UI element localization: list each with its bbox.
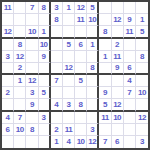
cell-r1c8[interactable]: 5 [87,2,99,14]
cell-r8c2[interactable] [14,87,26,99]
cell-r7c3[interactable]: 12 [26,75,38,87]
cell-r4c10[interactable]: 2 [112,39,124,51]
cell-r9c8[interactable] [87,99,99,111]
cell-r1c10[interactable] [112,2,124,14]
cell-r11c9[interactable] [99,124,111,136]
cell-r4c11[interactable] [124,39,136,51]
cell-r2c6[interactable] [63,14,75,26]
cell-r10c8[interactable] [87,112,99,124]
cell-r8c5[interactable] [51,87,63,99]
cell-r12c6[interactable]: 4 [63,136,75,148]
cell-r10c5[interactable] [51,112,63,124]
cell-r7c9[interactable] [99,75,111,87]
cell-r12c9[interactable]: 7 [99,136,111,148]
cell-r10c10[interactable]: 10 [112,112,124,124]
cell-r8c4[interactable]: 5 [39,87,51,99]
cell-r5c12[interactable]: 8 [136,51,148,63]
cell-r2c3[interactable] [26,14,38,26]
cell-r12c1[interactable] [2,136,14,148]
cell-r11c10[interactable] [112,124,124,136]
cell-r7c4[interactable] [39,75,51,87]
cell-r8c12[interactable]: 10 [136,87,148,99]
cell-r8c1[interactable]: 2 [2,87,14,99]
cell-r6c4[interactable] [39,63,51,75]
cell-r7c6[interactable] [63,75,75,87]
cell-r4c6[interactable]: 5 [63,39,75,51]
cell-r3c8[interactable] [87,26,99,38]
cell-r7c8[interactable] [87,75,99,87]
cell-r6c3[interactable] [26,63,38,75]
cell-r6c10[interactable]: 9 [112,63,124,75]
cell-r2c7[interactable]: 11 [75,14,87,26]
cell-r6c5[interactable] [51,63,63,75]
cell-r4c1[interactable] [2,39,14,51]
cell-r6c7[interactable] [75,63,87,75]
cell-r4c7[interactable]: 6 [75,39,87,51]
cell-r11c3[interactable]: 8 [26,124,38,136]
cell-r5c3[interactable] [26,51,38,63]
cell-r8c7[interactable] [75,87,87,99]
cell-r10c1[interactable]: 4 [2,112,14,124]
cell-r12c4[interactable] [39,136,51,148]
cell-r7c2[interactable]: 1 [14,75,26,87]
cell-r9c7[interactable]: 8 [75,99,87,111]
cell-r10c2[interactable]: 7 [14,112,26,124]
cell-r11c8[interactable]: 3 [87,124,99,136]
cell-r12c12[interactable]: 3 [136,136,148,148]
cell-r7c12[interactable] [136,75,148,87]
cell-r6c11[interactable]: 6 [124,63,136,75]
cell-r7c7[interactable]: 5 [75,75,87,87]
cell-r6c9[interactable] [99,63,111,75]
cell-r1c5[interactable]: 3 [51,2,63,14]
cell-r10c6[interactable] [63,112,75,124]
cell-r9c1[interactable] [2,99,14,111]
cell-r6c8[interactable]: 8 [87,63,99,75]
cell-r6c6[interactable]: 12 [63,63,75,75]
cell-r9c10[interactable]: 12 [112,99,124,111]
cell-r11c7[interactable] [75,124,87,136]
cell-r4c2[interactable]: 8 [14,39,26,51]
cell-r1c7[interactable]: 12 [75,2,87,14]
cell-r11c5[interactable]: 2 [51,124,63,136]
cell-r1c6[interactable]: 1 [63,2,75,14]
cell-r1c3[interactable]: 7 [26,2,38,14]
cell-r9c12[interactable] [136,99,148,111]
cell-r12c7[interactable]: 10 [75,136,87,148]
cell-r9c4[interactable] [39,99,51,111]
cell-r10c4[interactable]: 3 [39,112,51,124]
cell-r1c11[interactable] [124,2,136,14]
cell-r6c1[interactable] [2,63,14,75]
cell-r11c11[interactable] [124,124,136,136]
cell-r11c12[interactable] [136,124,148,136]
cell-r10c9[interactable]: 11 [99,112,111,124]
cell-r5c9[interactable]: 1 [99,51,111,63]
cell-r5c5[interactable] [51,51,63,63]
cell-r8c8[interactable] [87,87,99,99]
cell-r11c2[interactable]: 10 [14,124,26,136]
cell-r4c4[interactable]: 10 [39,39,51,51]
cell-r3c12[interactable]: 5 [136,26,148,38]
cell-r5c6[interactable] [63,51,75,63]
cell-r10c7[interactable] [75,112,87,124]
cell-r5c1[interactable]: 3 [2,51,14,63]
cell-r6c2[interactable]: 2 [14,63,26,75]
cell-r5c11[interactable] [124,51,136,63]
cell-r8c6[interactable] [63,87,75,99]
cell-r3c7[interactable] [75,26,87,38]
cell-r6c12[interactable] [136,63,148,75]
cell-r9c11[interactable] [124,99,136,111]
cell-r5c10[interactable]: 11 [112,51,124,63]
cell-r4c12[interactable] [136,39,148,51]
cell-r3c6[interactable] [63,26,75,38]
cell-r7c10[interactable] [112,75,124,87]
cell-r2c11[interactable]: 9 [124,14,136,26]
cell-r2c10[interactable]: 12 [112,14,124,26]
cell-r7c1[interactable] [2,75,14,87]
cell-r5c4[interactable]: 9 [39,51,51,63]
cell-r3c9[interactable]: 8 [99,26,111,38]
cell-r3c11[interactable]: 11 [124,26,136,38]
cell-r1c12[interactable] [136,2,148,14]
cell-r9c6[interactable]: 3 [63,99,75,111]
cell-r3c4[interactable]: 1 [39,26,51,38]
cell-r5c8[interactable] [87,51,99,63]
cell-r5c7[interactable] [75,51,87,63]
cell-r5c2[interactable]: 12 [14,51,26,63]
cell-r8c10[interactable] [112,87,124,99]
cell-r4c5[interactable] [51,39,63,51]
cell-r2c12[interactable]: 1 [136,14,148,26]
cell-r3c10[interactable] [112,26,124,38]
cell-r8c11[interactable]: 7 [124,87,136,99]
cell-r1c4[interactable]: 8 [39,2,51,14]
cell-r11c4[interactable] [39,124,51,136]
cell-r10c3[interactable] [26,112,38,124]
cell-r3c2[interactable] [14,26,26,38]
cell-r1c2[interactable] [14,2,26,14]
cell-r10c12[interactable]: 12 [136,112,148,124]
cell-r9c5[interactable]: 4 [51,99,63,111]
cell-r9c2[interactable] [14,99,26,111]
cell-r7c5[interactable]: 7 [51,75,63,87]
cell-r12c11[interactable] [124,136,136,148]
cell-r7c11[interactable]: 4 [124,75,136,87]
cell-r12c2[interactable] [14,136,26,148]
cell-r3c5[interactable] [51,26,63,38]
sudoku-board: 1178311258111012911210181158105612312911… [0,0,150,150]
cell-r2c9[interactable] [99,14,111,26]
cell-r3c3[interactable]: 10 [26,26,38,38]
cell-r11c6[interactable]: 11 [63,124,75,136]
cell-r2c2[interactable] [14,14,26,26]
cell-r9c9[interactable]: 5 [99,99,111,111]
cell-r4c9[interactable] [99,39,111,51]
cell-r12c3[interactable] [26,136,38,148]
cell-r8c9[interactable]: 9 [99,87,111,99]
cell-r4c8[interactable]: 1 [87,39,99,51]
cell-r12c8[interactable]: 12 [87,136,99,148]
cell-r1c1[interactable]: 11 [2,2,14,14]
cell-r2c8[interactable]: 10 [87,14,99,26]
cell-r2c1[interactable] [2,14,14,26]
cell-r2c5[interactable]: 8 [51,14,63,26]
cell-r1c9[interactable] [99,2,111,14]
cell-r10c11[interactable] [124,112,136,124]
cell-r12c10[interactable]: 6 [112,136,124,148]
cell-r3c1[interactable]: 12 [2,26,14,38]
cell-r8c3[interactable]: 3 [26,87,38,99]
cell-r4c3[interactable] [26,39,38,51]
cell-r11c1[interactable]: 6 [2,124,14,136]
cell-r12c5[interactable]: 1 [51,136,63,148]
cell-r9c3[interactable]: 9 [26,99,38,111]
cell-r2c4[interactable] [39,14,51,26]
